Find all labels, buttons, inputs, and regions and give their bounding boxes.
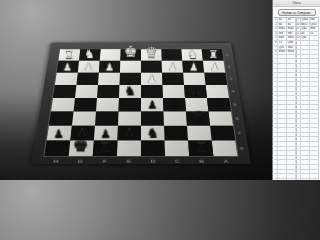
white-rook-a1[interactable]: ♜ [208,49,218,60]
square-f7[interactable]: ♟ [94,126,118,141]
square-f8[interactable]: ♜ [93,141,118,157]
move-list-panel: Chess Human vs. Computer 1e4e69Qxe4Nd72d… [272,0,320,180]
square-f4[interactable] [97,85,119,98]
rank-label-1: 1 [222,49,232,60]
square-d2[interactable] [141,61,162,73]
square-d8[interactable] [141,141,165,157]
chess-board-3d: ♜♞♚♛♞♜♟♟♟♟♟♟♟♞♝♟♟♟♛♟♟♟♟♞♚♜♜ HGFEDCBA 123… [45,49,238,156]
square-a8[interactable] [212,141,238,157]
square-h2[interactable]: ♟ [57,61,79,73]
white-pawn-h2[interactable]: ♟ [63,62,72,73]
square-b4[interactable]: ♝ [184,85,207,98]
board-grid: ♜♞♚♛♞♜♟♟♟♟♟♟♟♞♝♟♟♟♛♟♟♟♟♞♚♜♜ [45,49,238,156]
white-pawn-d3[interactable]: ♟ [147,74,157,85]
square-c3[interactable] [162,73,184,85]
file-label-H: H [44,159,69,163]
square-h8[interactable] [45,141,71,157]
square-a3[interactable] [204,73,227,85]
square-d1[interactable]: ♛ [141,49,162,60]
square-c5[interactable]: ♟ [163,98,186,112]
black-knight-e4[interactable]: ♞ [124,84,136,97]
white-queen-d1[interactable]: ♛ [145,46,158,60]
move-table[interactable]: 1e4e69Qxe4Nd72d4d510dxc5Qxc53exd5exd511Q… [274,17,319,180]
square-a2[interactable]: ♟ [203,61,225,73]
square-a7[interactable] [210,126,235,141]
rank-label-6: 6 [231,112,242,126]
game-mode-button[interactable]: Human vs. Computer [278,9,316,16]
white-pawn-b2[interactable]: ♟ [189,62,198,73]
white-knight-g1[interactable]: ♞ [84,48,95,60]
file-label-F: F [92,159,117,163]
square-a1[interactable]: ♜ [202,49,224,60]
square-d6[interactable] [141,112,164,126]
black-pawn-a5[interactable]: ♟ [215,100,225,111]
square-b7[interactable] [187,126,212,141]
square-d5[interactable]: ♟ [141,98,163,112]
file-labels: HGFEDCBA [44,159,239,163]
square-g1[interactable]: ♞ [79,49,100,60]
black-pawn-h7[interactable]: ♟ [53,128,64,140]
square-c6[interactable] [163,112,187,126]
square-e6[interactable] [118,112,141,126]
square-e4[interactable]: ♞ [119,85,141,98]
square-b6[interactable]: ♛ [186,112,210,126]
white-pawn-g2[interactable]: ♟ [84,62,93,73]
white-knight-b1[interactable]: ♞ [187,48,198,60]
square-g6[interactable] [72,112,96,126]
square-b1[interactable]: ♞ [181,49,202,60]
square-f3[interactable] [98,73,120,85]
square-h7[interactable]: ♟ [47,126,72,141]
square-d4[interactable] [141,85,163,98]
file-label-D: D [141,159,165,163]
square-g3[interactable] [76,73,98,85]
square-b8[interactable]: ♜ [188,141,213,157]
square-g4[interactable] [75,85,98,98]
square-g8[interactable]: ♚ [69,141,94,157]
square-e8[interactable] [117,141,141,157]
square-e7[interactable]: ♟ [117,126,141,141]
square-h6[interactable] [49,112,74,126]
square-f2[interactable]: ♟ [99,61,121,73]
file-label-C: C [165,159,190,163]
rank-label-4: 4 [228,85,239,98]
white-pawn-f2[interactable]: ♟ [105,62,114,73]
black-bishop-b4[interactable]: ♝ [190,84,202,97]
square-f6[interactable] [95,112,119,126]
rank-label-3: 3 [226,73,237,85]
panel-titlebar: Chess [273,0,320,7]
white-king-e1[interactable]: ♚ [124,45,138,60]
rank-label-8: 8 [236,141,248,157]
square-d3[interactable]: ♟ [141,73,163,85]
square-c2[interactable]: ♟ [162,61,184,73]
black-rook-f8[interactable]: ♜ [99,142,111,155]
square-f1[interactable] [100,49,121,60]
square-g5[interactable] [74,98,97,112]
black-queen-b6[interactable]: ♛ [191,109,205,125]
white-pawn-a2[interactable]: ♟ [210,62,219,73]
file-label-G: G [68,159,93,163]
black-pawn-c5[interactable]: ♟ [170,100,180,111]
square-h3[interactable] [55,73,78,85]
rank-label-7: 7 [234,126,246,141]
white-pawn-c2[interactable]: ♟ [168,62,177,73]
square-g2[interactable]: ♟ [78,61,100,73]
black-rook-b8[interactable]: ♜ [195,142,207,155]
square-c1[interactable] [161,49,182,60]
square-h4[interactable] [53,85,76,98]
white-rook-h1[interactable]: ♜ [64,49,74,60]
square-b2[interactable]: ♟ [182,61,204,73]
square-c7[interactable] [164,126,188,141]
square-d7[interactable]: ♞ [141,126,165,141]
black-pawn-e7[interactable]: ♟ [124,128,135,140]
square-h5[interactable] [51,98,75,112]
square-a6[interactable] [208,112,233,126]
square-h1[interactable]: ♜ [58,49,80,60]
square-c4[interactable] [163,85,185,98]
rank-label-2: 2 [224,61,234,73]
square-a4[interactable] [206,85,229,98]
black-pawn-f7[interactable]: ♟ [100,128,111,140]
panel-title: Chess [292,1,301,5]
square-a5[interactable]: ♟ [207,98,231,112]
app-window: { "game": "chess", "position": { "fen_pi… [0,0,320,180]
black-knight-d7[interactable]: ♞ [147,126,159,140]
black-king-g8[interactable]: ♚ [73,137,89,155]
square-e1[interactable]: ♚ [120,49,141,60]
file-label-A: A [214,159,239,163]
board-frame: ♜♞♚♛♞♜♟♟♟♟♟♟♟♞♝♟♟♟♛♟♟♟♟♞♚♜♜ HGFEDCBA 123… [31,43,251,164]
file-label-E: E [117,159,141,163]
square-f5[interactable] [96,98,119,112]
rank-label-5: 5 [230,98,241,112]
square-e2[interactable] [120,61,141,73]
black-pawn-d5[interactable]: ♟ [147,100,157,111]
move-row [274,179,319,180]
file-label-B: B [189,159,214,163]
square-e5[interactable] [119,98,141,112]
square-c8[interactable] [165,141,190,157]
